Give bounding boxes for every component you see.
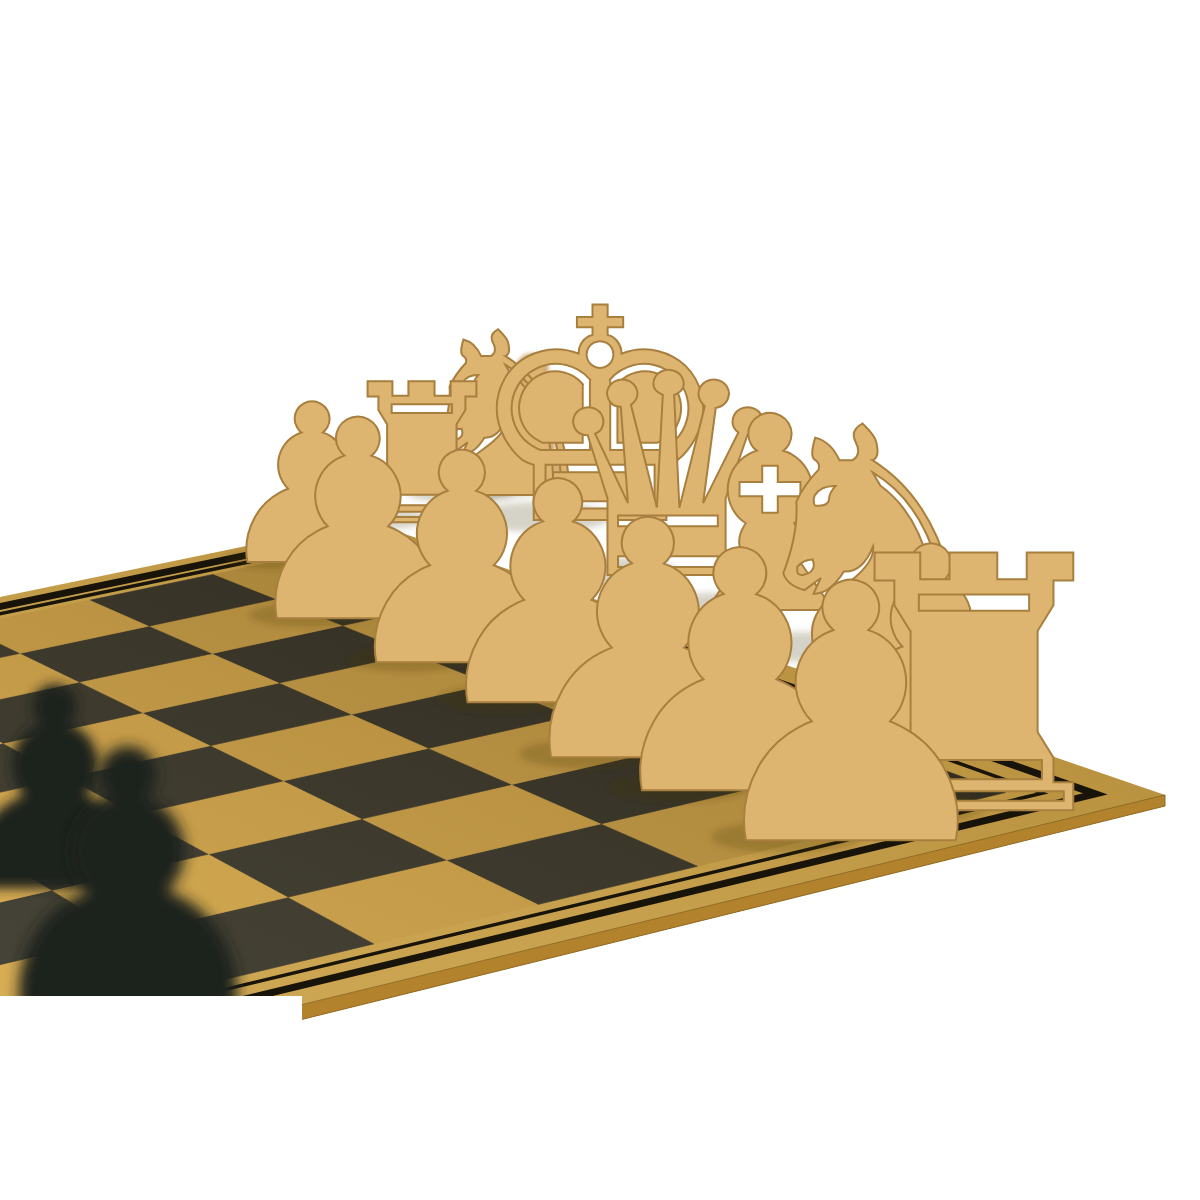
photo-crop-cutoff: [0, 996, 302, 1200]
chess-board-photo: ♝♞♚♜♟♛♝♟♞♟♟♟♟♟♜♟♟♟: [0, 0, 1200, 1200]
photo-canvas: ♝♞♚♜♟♛♝♟♞♟♟♟♟♟♜♟♟♟: [0, 0, 1200, 1200]
piece-white-pawn-a2[interactable]: ♟: [691, 509, 1011, 924]
